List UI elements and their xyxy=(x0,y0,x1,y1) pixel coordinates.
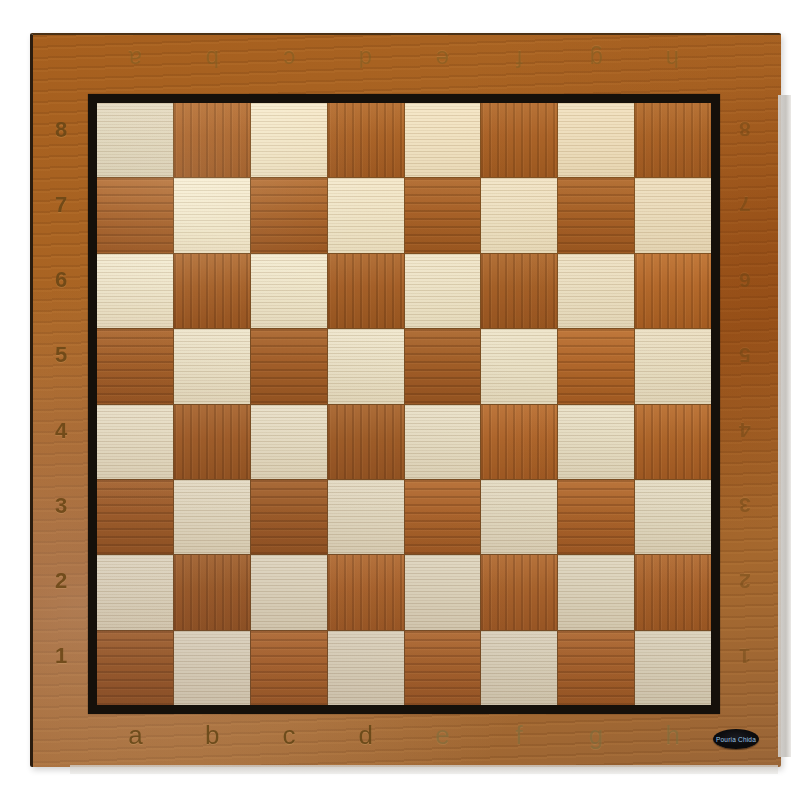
rank-label-left-7: 7 xyxy=(46,167,76,242)
file-label-top-c: c xyxy=(251,44,328,74)
right-rank-labels: 87654321 xyxy=(730,92,760,694)
square-h7[interactable] xyxy=(635,178,711,252)
square-e7[interactable] xyxy=(405,178,481,252)
file-label-top-a: a xyxy=(97,44,174,74)
square-g2[interactable] xyxy=(558,555,634,629)
square-g8[interactable] xyxy=(558,103,634,177)
square-f6[interactable] xyxy=(481,254,557,328)
play-field xyxy=(97,103,711,705)
board-frame: abcdefgh 87654321 87654321 abcdefgh Pour… xyxy=(30,33,781,767)
square-c8[interactable] xyxy=(251,103,327,177)
square-a1[interactable] xyxy=(97,631,173,705)
file-label-bottom-f: f xyxy=(481,720,558,750)
square-a8[interactable] xyxy=(97,103,173,177)
top-file-labels: abcdefgh xyxy=(97,44,711,74)
square-e6[interactable] xyxy=(405,254,481,328)
square-e4[interactable] xyxy=(405,405,481,479)
file-label-bottom-e: e xyxy=(404,720,481,750)
rank-label-left-4: 4 xyxy=(46,393,76,468)
square-d7[interactable] xyxy=(328,178,404,252)
rank-label-left-2: 2 xyxy=(46,544,76,619)
square-c3[interactable] xyxy=(251,480,327,554)
square-c6[interactable] xyxy=(251,254,327,328)
square-d6[interactable] xyxy=(328,254,404,328)
left-rank-labels: 87654321 xyxy=(46,92,76,694)
square-d3[interactable] xyxy=(328,480,404,554)
square-f5[interactable] xyxy=(481,329,557,403)
file-label-top-g: g xyxy=(558,44,635,74)
rank-label-right-1: 1 xyxy=(730,619,760,694)
rank-label-left-5: 5 xyxy=(46,318,76,393)
file-label-bottom-c: c xyxy=(251,720,328,750)
maker-badge: Pouria Chida xyxy=(713,729,759,749)
file-label-bottom-d: d xyxy=(327,720,404,750)
square-f2[interactable] xyxy=(481,555,557,629)
square-a2[interactable] xyxy=(97,555,173,629)
maker-badge-text: Pouria Chida xyxy=(716,736,756,743)
square-a4[interactable] xyxy=(97,405,173,479)
square-e3[interactable] xyxy=(405,480,481,554)
square-c7[interactable] xyxy=(251,178,327,252)
rank-label-right-5: 5 xyxy=(730,318,760,393)
board-side-edge-bottom xyxy=(70,765,778,774)
photo-stage: abcdefgh 87654321 87654321 abcdefgh Pour… xyxy=(0,0,800,800)
rank-label-right-7: 7 xyxy=(730,167,760,242)
square-c2[interactable] xyxy=(251,555,327,629)
square-f7[interactable] xyxy=(481,178,557,252)
square-c4[interactable] xyxy=(251,405,327,479)
file-label-bottom-b: b xyxy=(174,720,251,750)
square-e8[interactable] xyxy=(405,103,481,177)
square-g6[interactable] xyxy=(558,254,634,328)
square-c5[interactable] xyxy=(251,329,327,403)
rank-label-right-6: 6 xyxy=(730,243,760,318)
square-a7[interactable] xyxy=(97,178,173,252)
file-label-top-b: b xyxy=(174,44,251,74)
rank-label-left-1: 1 xyxy=(46,619,76,694)
square-f3[interactable] xyxy=(481,480,557,554)
square-g1[interactable] xyxy=(558,631,634,705)
square-b1[interactable] xyxy=(174,631,250,705)
rank-label-left-6: 6 xyxy=(46,243,76,318)
board-side-edge-right xyxy=(778,95,791,757)
file-label-bottom-a: a xyxy=(97,720,174,750)
square-a5[interactable] xyxy=(97,329,173,403)
square-e5[interactable] xyxy=(405,329,481,403)
file-label-bottom-h: h xyxy=(634,720,711,750)
rank-label-right-8: 8 xyxy=(730,92,760,167)
square-f4[interactable] xyxy=(481,405,557,479)
square-b7[interactable] xyxy=(174,178,250,252)
file-label-top-d: d xyxy=(327,44,404,74)
square-b5[interactable] xyxy=(174,329,250,403)
square-d2[interactable] xyxy=(328,555,404,629)
square-d5[interactable] xyxy=(328,329,404,403)
square-f1[interactable] xyxy=(481,631,557,705)
square-e1[interactable] xyxy=(405,631,481,705)
file-label-bottom-g: g xyxy=(558,720,635,750)
rank-label-left-8: 8 xyxy=(46,92,76,167)
square-h6[interactable] xyxy=(635,254,711,328)
file-label-top-e: e xyxy=(404,44,481,74)
square-d8[interactable] xyxy=(328,103,404,177)
board-grid xyxy=(97,103,711,705)
square-f8[interactable] xyxy=(481,103,557,177)
square-g3[interactable] xyxy=(558,480,634,554)
rank-label-left-3: 3 xyxy=(46,468,76,543)
file-label-top-f: f xyxy=(481,44,558,74)
square-a6[interactable] xyxy=(97,254,173,328)
square-h8[interactable] xyxy=(635,103,711,177)
square-h3[interactable] xyxy=(635,480,711,554)
square-b2[interactable] xyxy=(174,555,250,629)
file-label-top-h: h xyxy=(634,44,711,74)
rank-label-right-4: 4 xyxy=(730,393,760,468)
square-h1[interactable] xyxy=(635,631,711,705)
square-g7[interactable] xyxy=(558,178,634,252)
board-inner-border xyxy=(88,94,720,714)
square-g5[interactable] xyxy=(558,329,634,403)
square-b4[interactable] xyxy=(174,405,250,479)
square-h5[interactable] xyxy=(635,329,711,403)
square-c1[interactable] xyxy=(251,631,327,705)
rank-label-right-3: 3 xyxy=(730,468,760,543)
square-h2[interactable] xyxy=(635,555,711,629)
rank-label-right-2: 2 xyxy=(730,544,760,619)
square-h4[interactable] xyxy=(635,405,711,479)
square-b6[interactable] xyxy=(174,254,250,328)
square-d1[interactable] xyxy=(328,631,404,705)
square-d4[interactable] xyxy=(328,405,404,479)
square-b3[interactable] xyxy=(174,480,250,554)
square-b8[interactable] xyxy=(174,103,250,177)
square-e2[interactable] xyxy=(405,555,481,629)
square-g4[interactable] xyxy=(558,405,634,479)
bottom-file-labels: abcdefgh xyxy=(97,720,711,750)
square-a3[interactable] xyxy=(97,480,173,554)
